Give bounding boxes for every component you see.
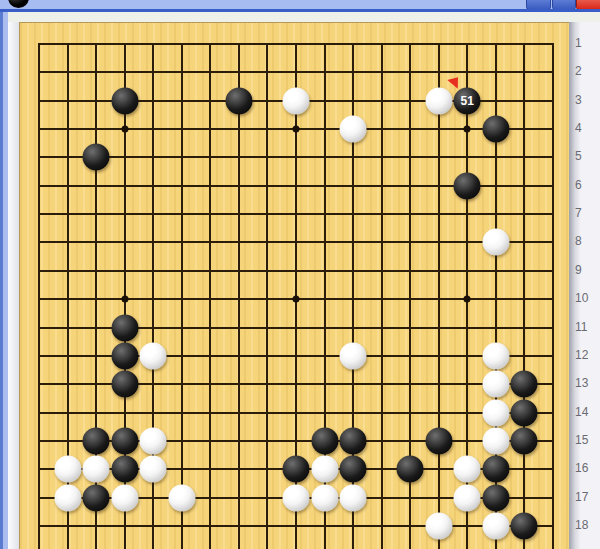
white-stone[interactable] [168,484,195,511]
black-stone[interactable] [340,427,367,454]
row-label-1: 1 [575,35,597,51]
white-stone[interactable] [425,87,452,114]
grid-line-horizontal [38,213,554,215]
row-label-10: 10 [575,290,597,306]
row-label-17: 17 [575,489,597,505]
black-stone[interactable] [83,144,110,171]
black-stone[interactable] [225,87,252,114]
white-stone[interactable] [454,484,481,511]
white-stone[interactable] [482,342,509,369]
grid-line-horizontal [38,241,554,243]
white-stone[interactable] [482,399,509,426]
black-stone[interactable] [111,371,138,398]
white-stone[interactable] [282,484,309,511]
black-stone[interactable] [397,456,424,483]
black-stone[interactable] [111,87,138,114]
goban[interactable]: 51 [19,22,571,549]
black-stone[interactable] [83,484,110,511]
black-stone[interactable] [282,456,309,483]
black-stone[interactable] [511,512,538,539]
black-stone[interactable] [482,456,509,483]
black-stone[interactable] [511,399,538,426]
row-label-7: 7 [575,205,597,221]
grid-line-horizontal [38,525,554,527]
star-point [121,296,128,303]
white-stone[interactable] [140,427,167,454]
grid-line-vertical [523,43,525,549]
white-stone[interactable] [54,484,81,511]
go-client-window: 51 123456789101112131415161718 [0,0,600,549]
black-stone[interactable] [482,484,509,511]
white-stone[interactable] [340,116,367,143]
star-point [121,126,128,133]
star-point [292,296,299,303]
white-stone[interactable] [482,512,509,539]
row-label-15: 15 [575,432,597,448]
row-label-8: 8 [575,233,597,249]
black-stone-icon [8,0,29,8]
black-stone[interactable] [111,342,138,369]
grid-line-vertical [238,43,240,549]
grid-line-vertical [552,43,554,549]
grid-line-horizontal [38,412,554,414]
grid-line-horizontal [38,43,554,45]
grid-line-vertical [181,43,183,549]
grid-line-vertical [381,43,383,549]
black-stone[interactable] [340,456,367,483]
panel-top-strip [8,12,600,22]
row-label-6: 6 [575,177,597,193]
row-label-2: 2 [575,63,597,79]
star-point [292,126,299,133]
black-stone[interactable] [111,456,138,483]
white-stone[interactable] [454,456,481,483]
white-stone[interactable] [140,342,167,369]
black-stone[interactable] [111,314,138,341]
black-stone[interactable] [111,427,138,454]
grid-line-vertical [266,43,268,549]
black-stone[interactable] [83,427,110,454]
white-stone[interactable] [54,456,81,483]
black-stone[interactable] [425,427,452,454]
white-stone[interactable] [282,87,309,114]
star-point [464,296,471,303]
black-stone-move-51[interactable]: 51 [454,87,481,114]
row-label-5: 5 [575,148,597,164]
star-point [464,126,471,133]
row-coordinate-strip: 123456789101112131415161718 [569,22,600,549]
title-bar [0,0,600,9]
row-label-3: 3 [575,92,597,108]
black-stone[interactable] [511,427,538,454]
row-label-14: 14 [575,404,597,420]
black-stone[interactable] [482,116,509,143]
white-stone[interactable] [311,484,338,511]
panel-border-highlight [8,12,19,549]
row-label-12: 12 [575,347,597,363]
row-label-16: 16 [575,460,597,476]
row-label-9: 9 [575,262,597,278]
white-stone[interactable] [482,229,509,256]
white-stone[interactable] [140,456,167,483]
grid-line-horizontal [38,71,554,73]
row-label-11: 11 [575,319,597,335]
white-stone[interactable] [340,484,367,511]
white-stone[interactable] [340,342,367,369]
row-label-18: 18 [575,517,597,533]
white-stone[interactable] [311,456,338,483]
white-stone[interactable] [83,456,110,483]
grid-line-horizontal [38,156,554,158]
grid-line-vertical [38,43,40,549]
move-number-label: 51 [454,87,481,114]
white-stone[interactable] [482,427,509,454]
white-stone[interactable] [425,512,452,539]
white-stone[interactable] [111,484,138,511]
row-label-4: 4 [575,120,597,136]
black-stone[interactable] [311,427,338,454]
grid-line-vertical [438,43,440,549]
white-stone[interactable] [482,371,509,398]
black-stone[interactable] [511,371,538,398]
row-label-13: 13 [575,375,597,391]
grid-line-vertical [209,43,211,549]
black-stone[interactable] [454,172,481,199]
grid-line-horizontal [38,270,554,272]
